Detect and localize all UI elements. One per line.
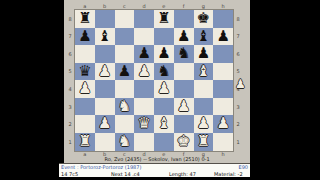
square-h1[interactable]: [213, 133, 233, 151]
square-e8[interactable]: ♜: [154, 10, 174, 28]
length-value: Length: 47: [169, 171, 214, 177]
square-a6[interactable]: [75, 45, 95, 63]
square-f4[interactable]: [174, 80, 194, 98]
rank-label-8: 8: [66, 10, 74, 28]
square-g2[interactable]: ♟: [194, 115, 214, 133]
rank-label-7: 7: [234, 28, 242, 46]
square-h7[interactable]: ♟: [213, 28, 233, 46]
rank-labels-left: 87654321: [66, 10, 74, 151]
square-f2[interactable]: [174, 115, 194, 133]
rank-label-8: 8: [234, 10, 242, 28]
piece-white-knight: ♞: [118, 133, 131, 151]
stats-line: 14 7c5 Next 14 .c4 Length: 47 Material: …: [61, 171, 248, 177]
square-h5[interactable]: [213, 63, 233, 81]
piece-white-queen: ♛: [137, 115, 150, 133]
square-f8[interactable]: [174, 10, 194, 28]
rank-label-3: 3: [234, 98, 242, 116]
file-label-e: e: [154, 3, 174, 9]
file-label-d: d: [134, 3, 154, 9]
square-e6[interactable]: ♟: [154, 45, 174, 63]
piece-black-knight: ♞: [177, 45, 190, 63]
piece-black-pawn: ♟: [177, 28, 190, 46]
rank-label-2: 2: [66, 115, 74, 133]
piece-white-pawn: ♟: [78, 80, 91, 98]
file-label-h: h: [213, 3, 233, 9]
piece-black-bishop: ♝: [197, 28, 210, 46]
chess-board[interactable]: ♜♜♚♟♝♟♝♟♟♟♞♟♛♟♟♟♞♝♟♟♞♟♟♛♝♟♟♜♞♚♜: [75, 10, 233, 151]
piece-black-king: ♚: [197, 10, 210, 28]
square-d5[interactable]: ♟: [134, 63, 154, 81]
piece-black-knight: ♞: [157, 63, 170, 81]
square-b5[interactable]: ♟: [95, 63, 115, 81]
piece-white-pawn: ♟: [177, 98, 190, 116]
piece-white-knight: ♞: [118, 98, 131, 116]
square-g4[interactable]: [194, 80, 214, 98]
file-label-g: g: [194, 3, 214, 9]
square-h8[interactable]: [213, 10, 233, 28]
square-b4[interactable]: [95, 80, 115, 98]
event-text: Event : Portoroz-Portoroz (1987): [61, 164, 141, 171]
square-g1[interactable]: ♜: [194, 133, 214, 151]
square-a4[interactable]: ♟: [75, 80, 95, 98]
square-c2[interactable]: [115, 115, 135, 133]
piece-black-pawn: ♟: [197, 45, 210, 63]
square-a5[interactable]: ♛: [75, 63, 95, 81]
current-move: 14 7c5: [61, 171, 111, 177]
square-h3[interactable]: [213, 98, 233, 116]
file-label-c: c: [115, 3, 135, 9]
square-f1[interactable]: ♚: [174, 133, 194, 151]
square-e7[interactable]: [154, 28, 174, 46]
square-a2[interactable]: [75, 115, 95, 133]
square-f7[interactable]: ♟: [174, 28, 194, 46]
square-d7[interactable]: [134, 28, 154, 46]
square-h2[interactable]: ♟: [213, 115, 233, 133]
file-label-b: b: [95, 3, 115, 9]
piece-black-pawn: ♟: [137, 45, 150, 63]
rank-label-6: 6: [66, 45, 74, 63]
rank-label-2: 2: [234, 115, 242, 133]
square-d1[interactable]: [134, 133, 154, 151]
square-c8[interactable]: [115, 10, 135, 28]
square-e5[interactable]: ♞: [154, 63, 174, 81]
square-a3[interactable]: [75, 98, 95, 116]
square-d4[interactable]: [134, 80, 154, 98]
file-labels-top: abcdefgh: [75, 3, 233, 9]
piece-black-pawn: ♟: [78, 28, 91, 46]
piece-white-pawn: ♟: [137, 63, 150, 81]
rank-label-6: 6: [234, 45, 242, 63]
square-g6[interactable]: ♟: [194, 45, 214, 63]
material-value: Material: -2: [214, 171, 243, 177]
square-e2[interactable]: ♝: [154, 115, 174, 133]
square-b3[interactable]: [95, 98, 115, 116]
square-c3[interactable]: ♞: [115, 98, 135, 116]
square-c6[interactable]: [115, 45, 135, 63]
game-info-panel: Event : Portoroz-Portoroz (1987) E90 14 …: [59, 163, 250, 177]
square-a1[interactable]: ♜: [75, 133, 95, 151]
square-e1[interactable]: [154, 133, 174, 151]
piece-black-pawn: ♟: [157, 45, 170, 63]
square-d3[interactable]: [134, 98, 154, 116]
square-g7[interactable]: ♝: [194, 28, 214, 46]
rank-label-4: 4: [66, 80, 74, 98]
square-a8[interactable]: ♜: [75, 10, 95, 28]
piece-black-rook: ♜: [157, 10, 170, 28]
eco-code: E90: [238, 164, 248, 171]
square-f6[interactable]: ♞: [174, 45, 194, 63]
event-line: Event : Portoroz-Portoroz (1987) E90: [61, 164, 248, 171]
square-a7[interactable]: ♟: [75, 28, 95, 46]
square-b6[interactable]: [95, 45, 115, 63]
piece-black-rook: ♜: [78, 10, 91, 28]
piece-white-pawn: ♟: [98, 63, 111, 81]
next-move: Next 14 .c4: [111, 171, 169, 177]
rank-label-1: 1: [234, 133, 242, 151]
piece-black-bishop: ♝: [98, 28, 111, 46]
square-d6[interactable]: ♟: [134, 45, 154, 63]
rank-label-3: 3: [66, 98, 74, 116]
players-result-line: Ro, Zvo (2435) -- Sokolov, Ivan (2510) 0…: [64, 156, 250, 162]
piece-white-king: ♚: [177, 133, 190, 151]
square-b2[interactable]: ♟: [95, 115, 115, 133]
square-f3[interactable]: ♟: [174, 98, 194, 116]
square-g3[interactable]: [194, 98, 214, 116]
piece-black-pawn: ♟: [118, 63, 131, 81]
square-c4[interactable]: [115, 80, 135, 98]
piece-white-pawn: ♟: [197, 115, 210, 133]
square-b8[interactable]: [95, 10, 115, 28]
file-label-f: f: [174, 3, 194, 9]
piece-white-pawn: ♟: [98, 115, 111, 133]
square-g5[interactable]: ♝: [194, 63, 214, 81]
square-g8[interactable]: ♚: [194, 10, 214, 28]
rank-label-1: 1: [66, 133, 74, 151]
rank-label-5: 5: [66, 63, 74, 81]
piece-white-pawn: ♟: [157, 80, 170, 98]
app-window: abcdefgh abcdefgh 87654321 87654321 ♜♜♚♟…: [0, 0, 320, 180]
square-d8[interactable]: [134, 10, 154, 28]
piece-white-bishop: ♝: [157, 115, 170, 133]
square-d2[interactable]: ♛: [134, 115, 154, 133]
piece-white-rook: ♜: [197, 133, 210, 151]
square-h4[interactable]: [213, 80, 233, 98]
square-e4[interactable]: ♟: [154, 80, 174, 98]
file-label-a: a: [75, 3, 95, 9]
piece-black-pawn: ♟: [216, 28, 229, 46]
rank-label-7: 7: [66, 28, 74, 46]
piece-white-bishop: ♝: [197, 63, 210, 81]
square-b7[interactable]: ♝: [95, 28, 115, 46]
square-f5[interactable]: [174, 63, 194, 81]
piece-white-rook: ♜: [78, 133, 91, 151]
square-e3[interactable]: [154, 98, 174, 116]
square-c5[interactable]: ♟: [115, 63, 135, 81]
square-c7[interactable]: [115, 28, 135, 46]
square-c1[interactable]: ♞: [115, 133, 135, 151]
square-h6[interactable]: [213, 45, 233, 63]
square-b1[interactable]: [95, 133, 115, 151]
piece-white-pawn: ♟: [216, 115, 229, 133]
piece-black-queen: ♛: [78, 63, 91, 81]
material-pawn-icon: ♟: [235, 77, 246, 91]
